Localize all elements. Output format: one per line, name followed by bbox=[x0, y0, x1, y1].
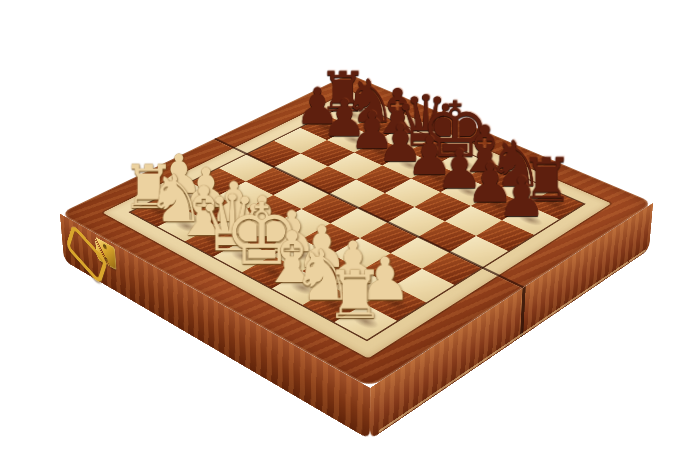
piece-spot-h1: ♜ bbox=[334, 304, 397, 340]
chess-board-box-top: ♜♞♝♛♚♝♞♜♟♟♟♟♟♟♟♟♟♟♟♟♟♟♟♟♜♞♝♛♚♝♞♜ bbox=[60, 74, 654, 388]
pieces-layer: ♜♞♝♛♚♝♞♜♟♟♟♟♟♟♟♟♟♟♟♟♟♟♟♟♜♞♝♛♚♝♞♜ bbox=[60, 74, 654, 388]
black-pawn-h7[interactable]: ♟ bbox=[481, 170, 562, 225]
chess-set-photo: ♜♞♝♛♚♝♞♜♟♟♟♟♟♟♟♟♟♟♟♟♟♟♟♟♜♞♝♛♚♝♞♜ bbox=[0, 0, 700, 473]
box-fold-gap bbox=[520, 286, 526, 338]
white-rook-h1[interactable]: ♜ bbox=[311, 261, 400, 328]
